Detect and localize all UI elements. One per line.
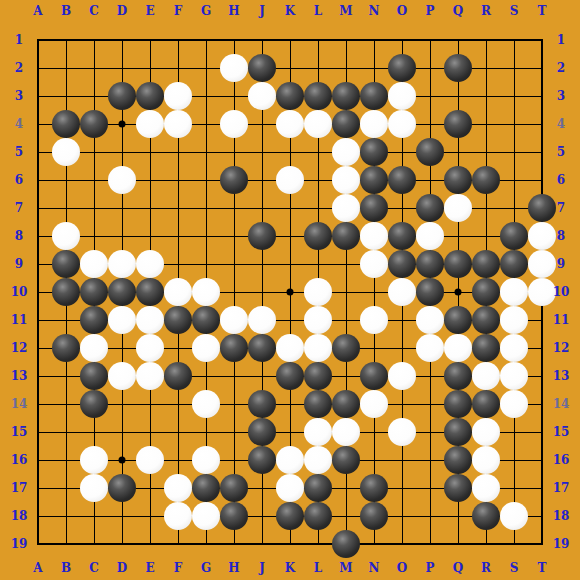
white-stone xyxy=(332,418,360,446)
row-label-right: 15 xyxy=(553,426,570,438)
black-stone xyxy=(388,166,416,194)
star-point xyxy=(455,289,462,296)
column-label-top: F xyxy=(174,5,183,17)
white-stone xyxy=(136,362,164,390)
black-stone xyxy=(360,474,388,502)
column-label-bottom: R xyxy=(481,562,491,574)
black-stone xyxy=(52,334,80,362)
black-stone xyxy=(416,194,444,222)
black-stone xyxy=(472,390,500,418)
grid-line-horizontal xyxy=(37,543,543,545)
black-stone xyxy=(304,82,332,110)
black-stone xyxy=(360,82,388,110)
column-label-bottom: P xyxy=(425,562,434,574)
black-stone xyxy=(444,110,472,138)
row-label-left: 17 xyxy=(11,482,28,494)
white-stone xyxy=(500,334,528,362)
row-label-left: 2 xyxy=(15,62,23,74)
white-stone xyxy=(360,250,388,278)
black-stone xyxy=(52,110,80,138)
row-label-right: 16 xyxy=(553,454,570,466)
row-label-right: 13 xyxy=(553,370,570,382)
column-label-top: M xyxy=(339,5,352,17)
star-point xyxy=(119,121,126,128)
white-stone xyxy=(304,418,332,446)
row-label-left: 15 xyxy=(11,426,28,438)
row-label-left: 10 xyxy=(11,286,28,298)
row-label-left: 19 xyxy=(11,538,28,550)
star-point xyxy=(119,457,126,464)
white-stone xyxy=(416,334,444,362)
row-label-right: 8 xyxy=(557,230,565,242)
white-stone xyxy=(472,474,500,502)
white-stone xyxy=(360,110,388,138)
row-label-left: 18 xyxy=(11,510,28,522)
white-stone xyxy=(136,110,164,138)
white-stone xyxy=(164,474,192,502)
black-stone xyxy=(304,474,332,502)
column-label-top: S xyxy=(510,5,519,17)
white-stone xyxy=(444,194,472,222)
white-stone xyxy=(528,222,556,250)
white-stone xyxy=(52,138,80,166)
white-stone xyxy=(136,334,164,362)
black-stone xyxy=(276,502,304,530)
black-stone xyxy=(248,446,276,474)
black-stone xyxy=(80,390,108,418)
white-stone xyxy=(388,418,416,446)
column-label-top: T xyxy=(538,5,547,17)
column-label-top: N xyxy=(369,5,380,17)
white-stone xyxy=(500,502,528,530)
column-label-top: O xyxy=(397,5,407,17)
row-label-left: 14 xyxy=(11,398,28,410)
row-label-left: 13 xyxy=(11,370,28,382)
white-stone xyxy=(164,278,192,306)
black-stone xyxy=(472,502,500,530)
row-label-right: 4 xyxy=(557,118,565,130)
row-label-left: 6 xyxy=(15,174,23,186)
row-label-right: 9 xyxy=(557,258,565,270)
black-stone xyxy=(248,54,276,82)
white-stone xyxy=(472,418,500,446)
white-stone xyxy=(276,166,304,194)
row-label-right: 3 xyxy=(557,90,565,102)
white-stone xyxy=(248,82,276,110)
row-label-left: 11 xyxy=(11,314,28,326)
column-label-bottom: H xyxy=(228,562,239,574)
white-stone xyxy=(276,334,304,362)
white-stone xyxy=(80,334,108,362)
black-stone xyxy=(220,334,248,362)
black-stone xyxy=(248,334,276,362)
row-label-right: 11 xyxy=(553,314,570,326)
white-stone xyxy=(108,250,136,278)
white-stone xyxy=(416,222,444,250)
black-stone xyxy=(472,166,500,194)
white-stone xyxy=(332,138,360,166)
white-stone xyxy=(80,446,108,474)
column-label-bottom: O xyxy=(397,562,407,574)
column-label-bottom: M xyxy=(339,562,352,574)
column-label-top: R xyxy=(481,5,491,17)
row-label-right: 14 xyxy=(553,398,570,410)
black-stone xyxy=(304,362,332,390)
white-stone xyxy=(472,362,500,390)
black-stone xyxy=(164,362,192,390)
white-stone xyxy=(472,446,500,474)
black-stone xyxy=(360,194,388,222)
white-stone xyxy=(528,250,556,278)
black-stone xyxy=(80,306,108,334)
black-stone xyxy=(444,306,472,334)
white-stone xyxy=(136,446,164,474)
white-stone xyxy=(192,278,220,306)
white-stone xyxy=(360,222,388,250)
black-stone xyxy=(276,362,304,390)
column-label-bottom: B xyxy=(61,562,71,574)
column-label-bottom: K xyxy=(285,562,295,574)
black-stone xyxy=(80,362,108,390)
column-label-top: L xyxy=(314,5,322,17)
row-label-right: 5 xyxy=(557,146,565,158)
column-label-top: H xyxy=(228,5,239,17)
white-stone xyxy=(304,278,332,306)
black-stone xyxy=(360,138,388,166)
white-stone xyxy=(500,362,528,390)
row-label-right: 7 xyxy=(557,202,565,214)
black-stone xyxy=(416,250,444,278)
white-stone xyxy=(304,110,332,138)
black-stone xyxy=(332,110,360,138)
row-label-right: 19 xyxy=(553,538,570,550)
white-stone xyxy=(136,250,164,278)
black-stone xyxy=(360,362,388,390)
black-stone xyxy=(80,110,108,138)
row-label-left: 16 xyxy=(11,454,28,466)
column-label-top: Q xyxy=(453,5,463,17)
row-label-right: 6 xyxy=(557,174,565,186)
column-label-top: C xyxy=(89,5,99,17)
white-stone xyxy=(164,110,192,138)
white-stone xyxy=(164,502,192,530)
white-stone xyxy=(388,362,416,390)
white-stone xyxy=(500,390,528,418)
black-stone xyxy=(416,138,444,166)
black-stone xyxy=(388,54,416,82)
white-stone xyxy=(248,306,276,334)
white-stone xyxy=(360,390,388,418)
black-stone xyxy=(444,418,472,446)
white-stone xyxy=(500,278,528,306)
black-stone xyxy=(164,306,192,334)
black-stone xyxy=(332,390,360,418)
white-stone xyxy=(192,390,220,418)
white-stone xyxy=(108,362,136,390)
black-stone xyxy=(192,306,220,334)
black-stone xyxy=(220,502,248,530)
black-stone xyxy=(444,250,472,278)
black-stone xyxy=(500,222,528,250)
white-stone xyxy=(304,446,332,474)
white-stone xyxy=(332,166,360,194)
column-label-bottom: T xyxy=(538,562,547,574)
column-label-bottom: J xyxy=(259,562,265,574)
column-label-top: E xyxy=(145,5,154,17)
column-label-top: A xyxy=(33,5,42,17)
row-label-left: 1 xyxy=(15,34,23,46)
white-stone xyxy=(500,306,528,334)
column-label-bottom: A xyxy=(33,562,42,574)
column-label-bottom: C xyxy=(89,562,99,574)
row-label-right: 2 xyxy=(557,62,565,74)
black-stone xyxy=(472,250,500,278)
white-stone xyxy=(108,306,136,334)
column-label-bottom: N xyxy=(369,562,380,574)
white-stone xyxy=(388,278,416,306)
black-stone xyxy=(500,250,528,278)
black-stone xyxy=(220,166,248,194)
white-stone xyxy=(192,446,220,474)
white-stone xyxy=(444,334,472,362)
black-stone xyxy=(388,222,416,250)
black-stone xyxy=(332,446,360,474)
black-stone xyxy=(248,390,276,418)
white-stone xyxy=(304,334,332,362)
black-stone xyxy=(332,82,360,110)
row-label-left: 8 xyxy=(15,230,23,242)
row-label-right: 1 xyxy=(557,34,565,46)
black-stone xyxy=(444,390,472,418)
column-label-bottom: F xyxy=(174,562,183,574)
column-label-bottom: S xyxy=(510,562,519,574)
black-stone xyxy=(332,530,360,558)
row-label-left: 9 xyxy=(15,258,23,270)
row-label-left: 5 xyxy=(15,146,23,158)
column-label-bottom: L xyxy=(314,562,322,574)
black-stone xyxy=(136,278,164,306)
white-stone xyxy=(136,306,164,334)
black-stone xyxy=(472,306,500,334)
black-stone xyxy=(444,54,472,82)
white-stone xyxy=(360,306,388,334)
white-stone xyxy=(388,110,416,138)
black-stone xyxy=(248,418,276,446)
column-label-top: D xyxy=(117,5,127,17)
column-label-top: J xyxy=(259,5,265,17)
black-stone xyxy=(304,390,332,418)
white-stone xyxy=(304,306,332,334)
star-point xyxy=(287,289,294,296)
white-stone xyxy=(80,474,108,502)
black-stone xyxy=(248,222,276,250)
white-stone xyxy=(80,250,108,278)
black-stone xyxy=(192,474,220,502)
black-stone xyxy=(444,166,472,194)
black-stone xyxy=(444,362,472,390)
white-stone xyxy=(220,110,248,138)
white-stone xyxy=(388,82,416,110)
row-label-left: 12 xyxy=(11,342,28,354)
column-label-top: B xyxy=(61,5,71,17)
row-label-right: 18 xyxy=(553,510,570,522)
black-stone xyxy=(332,222,360,250)
black-stone xyxy=(388,250,416,278)
black-stone xyxy=(136,82,164,110)
column-label-bottom: Q xyxy=(453,562,463,574)
white-stone xyxy=(52,222,80,250)
white-stone xyxy=(332,194,360,222)
black-stone xyxy=(108,82,136,110)
row-label-left: 3 xyxy=(15,90,23,102)
column-label-bottom: E xyxy=(145,562,154,574)
white-stone xyxy=(192,334,220,362)
column-label-top: P xyxy=(425,5,434,17)
black-stone xyxy=(416,278,444,306)
black-stone xyxy=(472,278,500,306)
black-stone xyxy=(444,446,472,474)
white-stone xyxy=(220,54,248,82)
white-stone xyxy=(164,82,192,110)
black-stone xyxy=(528,194,556,222)
row-label-left: 7 xyxy=(15,202,23,214)
row-label-right: 12 xyxy=(553,342,570,354)
column-label-bottom: D xyxy=(117,562,127,574)
black-stone xyxy=(360,502,388,530)
column-label-top: G xyxy=(201,5,211,17)
black-stone xyxy=(304,222,332,250)
black-stone xyxy=(332,334,360,362)
white-stone xyxy=(220,306,248,334)
black-stone xyxy=(360,166,388,194)
black-stone xyxy=(108,474,136,502)
black-stone xyxy=(444,474,472,502)
white-stone xyxy=(276,446,304,474)
column-label-top: K xyxy=(285,5,295,17)
row-label-right: 17 xyxy=(553,482,570,494)
black-stone xyxy=(52,250,80,278)
black-stone xyxy=(52,278,80,306)
black-stone xyxy=(108,278,136,306)
white-stone xyxy=(276,474,304,502)
white-stone xyxy=(192,502,220,530)
go-board[interactable]: AABBCCDDEEFFGGHHJJKKLLMMNNOOPPQQRRSSTT11… xyxy=(0,0,580,580)
black-stone xyxy=(220,474,248,502)
white-stone xyxy=(416,306,444,334)
row-label-right: 10 xyxy=(553,286,570,298)
black-stone xyxy=(304,502,332,530)
column-label-bottom: G xyxy=(201,562,211,574)
black-stone xyxy=(80,278,108,306)
black-stone xyxy=(472,334,500,362)
white-stone xyxy=(108,166,136,194)
white-stone xyxy=(276,110,304,138)
black-stone xyxy=(276,82,304,110)
row-label-left: 4 xyxy=(15,118,23,130)
